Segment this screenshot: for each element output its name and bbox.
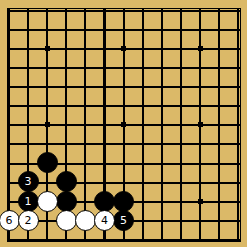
stone-white — [37, 191, 58, 212]
hoshi-point — [121, 46, 126, 51]
stone-black-move-1: 1 — [18, 191, 39, 212]
hoshi-point — [198, 199, 203, 204]
go-board-diagram: 315624 — [0, 0, 247, 247]
stone-white — [75, 210, 96, 231]
stone-white — [56, 210, 77, 231]
hoshi-point — [45, 122, 50, 127]
stone-black — [56, 191, 77, 212]
stone-white-move-4: 4 — [94, 210, 115, 231]
hoshi-point — [198, 46, 203, 51]
stone-white-move-6: 6 — [0, 210, 20, 231]
stone-black — [37, 152, 58, 173]
hoshi-point — [121, 122, 126, 127]
stone-black-move-3: 3 — [18, 171, 39, 192]
stone-black — [94, 191, 115, 212]
stone-black-move-5: 5 — [113, 210, 134, 231]
stone-white-move-2: 2 — [18, 210, 39, 231]
hoshi-point — [198, 122, 203, 127]
stone-black — [113, 191, 134, 212]
hoshi-point — [45, 46, 50, 51]
